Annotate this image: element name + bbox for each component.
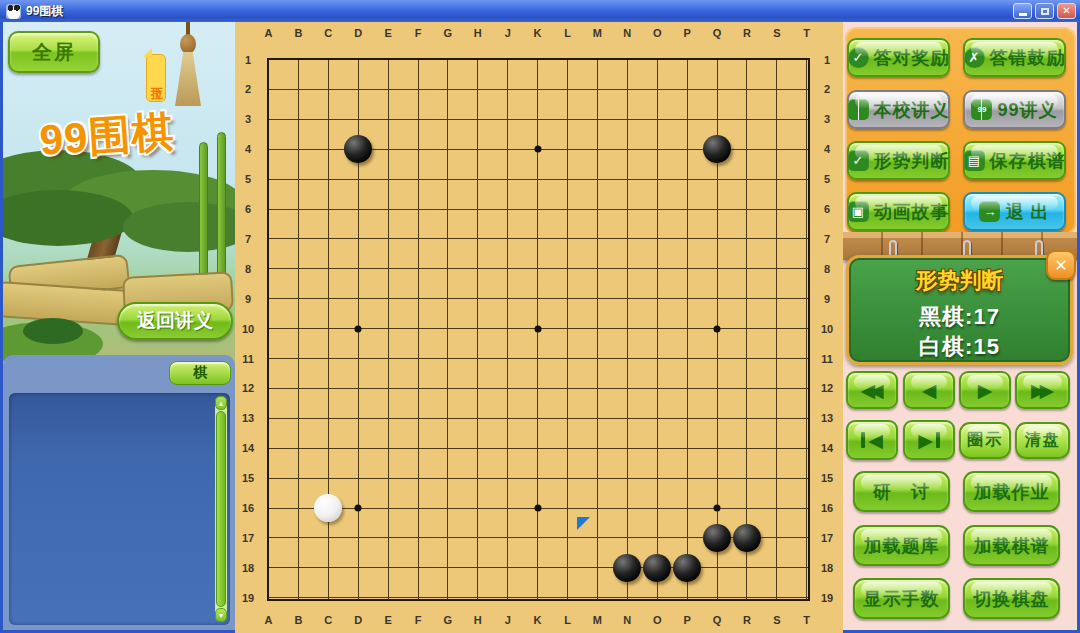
scene-bamboo	[199, 142, 208, 282]
app-icon	[6, 4, 21, 19]
coord-bottom-B: B	[294, 614, 302, 626]
coord-top-D: D	[354, 27, 362, 39]
coord-bottom-A: A	[265, 614, 273, 626]
coord-top-G: G	[444, 27, 453, 39]
window-title: 99围棋	[26, 3, 63, 20]
chat-panel: 棋 ▲ ▼	[3, 355, 235, 630]
bubble-check-icon: ✓	[848, 150, 869, 171]
coord-top-Q: Q	[713, 27, 722, 39]
last-move-marker	[577, 517, 590, 530]
judge-button[interactable]: ✓ 形势判断	[847, 141, 950, 180]
show-moves-label: 显示手数	[864, 587, 940, 611]
load-record-label: 加载棋谱	[974, 534, 1050, 558]
school-lecture-button[interactable]: 本校讲义	[847, 90, 950, 129]
coord-left-15: 15	[242, 472, 254, 484]
first-move-button[interactable]: ◀	[846, 420, 898, 460]
last-move-button[interactable]: ▶	[903, 420, 955, 460]
step-forward-icon: ▶	[978, 381, 993, 400]
book-icon	[848, 99, 869, 120]
coord-bottom-S: S	[773, 614, 780, 626]
floppy-icon: ▤	[964, 150, 985, 171]
story-button[interactable]: ▣ 动画故事	[847, 192, 950, 231]
coord-bottom-T: T	[803, 614, 810, 626]
coord-right-15: 15	[821, 472, 833, 484]
back-to-lecture-button[interactable]: 返回讲义	[117, 302, 233, 340]
stones-grid[interactable]	[254, 45, 822, 613]
coord-bottom-C: C	[324, 614, 332, 626]
scroll-thumb[interactable]	[216, 411, 226, 607]
coord-left-11: 11	[242, 353, 254, 365]
coord-bottom-O: O	[653, 614, 662, 626]
right-panel: ✓ 答对奖励 ✗ 答错鼓励 本校讲义 99 99讲义 ✓ 形势判断 ▤ 保存棋谱	[843, 22, 1077, 630]
load-problems-button[interactable]: 加载题库	[853, 525, 950, 566]
coord-top-J: J	[505, 27, 511, 39]
coord-left-13: 13	[242, 412, 254, 424]
clear-board-label: 清盘	[1025, 430, 1061, 451]
coord-left-3: 3	[245, 113, 251, 125]
exit-label: 退 出	[1005, 200, 1049, 224]
judgment-title: 形势判断	[849, 266, 1070, 296]
step-forward-button[interactable]: ▶	[959, 371, 1011, 409]
circle-show-button[interactable]: 圈示	[959, 422, 1011, 459]
coord-right-19: 19	[821, 592, 833, 604]
coord-right-8: 8	[824, 263, 830, 275]
coord-left-19: 19	[242, 592, 254, 604]
coord-right-10: 10	[821, 323, 833, 335]
close-button[interactable]: ✕	[1057, 3, 1076, 19]
judge-label: 形势判断	[874, 149, 950, 173]
save-record-label: 保存棋谱	[990, 149, 1066, 173]
check-circle-icon: ✓	[848, 47, 869, 68]
coord-bottom-Q: Q	[713, 614, 722, 626]
lecture-99-button[interactable]: 99 99讲义	[963, 90, 1066, 129]
exit-icon: →	[979, 201, 1000, 222]
coord-bottom-J: J	[505, 614, 511, 626]
switch-board-button[interactable]: 切换棋盘	[963, 578, 1060, 619]
discuss-button[interactable]: 研 讨	[853, 471, 950, 512]
step-backward-button[interactable]: ◀	[903, 371, 955, 409]
step-backward-icon: ◀	[922, 381, 937, 400]
coord-top-L: L	[564, 27, 571, 39]
coord-left-10: 10	[242, 323, 254, 335]
coord-top-T: T	[803, 27, 810, 39]
coord-top-A: A	[265, 27, 273, 39]
scroll-down-icon[interactable]: ▼	[215, 608, 227, 622]
app-window: 99围棋 ✕ 全屏 下拉 99围棋 返回讲义 棋	[0, 0, 1080, 633]
coord-right-6: 6	[824, 203, 830, 215]
coord-right-4: 4	[824, 143, 830, 155]
maximize-icon	[1041, 8, 1049, 15]
left-sidebar: 全屏 下拉 99围棋 返回讲义 棋 ▲ ▼	[3, 22, 235, 630]
fast-forward-icon: ▶▶	[1031, 381, 1048, 400]
scroll-up-icon[interactable]: ▲	[215, 396, 227, 410]
judgment-panel: 形势判断 ✕ 黑棋:17 白棋:15	[846, 255, 1073, 365]
coord-top-C: C	[324, 27, 332, 39]
coord-left-4: 4	[245, 143, 251, 155]
storybook-icon: ▣	[848, 201, 869, 222]
switch-board-label: 切换棋盘	[974, 587, 1050, 611]
coord-right-11: 11	[821, 353, 833, 365]
coord-left-9: 9	[245, 293, 251, 305]
coord-left-5: 5	[245, 173, 251, 185]
coord-left-2: 2	[245, 83, 251, 95]
coord-right-1: 1	[824, 54, 830, 66]
coord-right-13: 13	[821, 412, 833, 424]
fast-forward-button[interactable]: ▶▶	[1015, 371, 1070, 409]
exit-button[interactable]: → 退 出	[963, 192, 1066, 231]
white-score: 白棋:15	[849, 332, 1070, 362]
load-homework-label: 加载作业	[974, 480, 1050, 504]
coord-left-1: 1	[245, 54, 251, 66]
coord-right-9: 9	[824, 293, 830, 305]
show-moves-button[interactable]: 显示手数	[853, 578, 950, 619]
coord-top-P: P	[683, 27, 690, 39]
school-lecture-label: 本校讲义	[874, 98, 950, 122]
stone-white-C16	[314, 494, 342, 522]
maximize-button[interactable]	[1035, 3, 1054, 19]
coord-right-16: 16	[821, 502, 833, 514]
stone-black-N18	[613, 554, 641, 582]
coord-left-8: 8	[245, 263, 251, 275]
minimize-button[interactable]	[1013, 3, 1032, 19]
judgment-close-button[interactable]: ✕	[1046, 250, 1076, 280]
save-record-button[interactable]: ▤ 保存棋谱	[963, 141, 1066, 180]
pulldown-tab[interactable]: 下拉	[146, 54, 166, 102]
coord-bottom-R: R	[743, 614, 751, 626]
fast-backward-button[interactable]: ◀◀	[846, 371, 898, 409]
black-score: 黑棋:17	[849, 302, 1070, 332]
coord-top-K: K	[534, 27, 542, 39]
load-homework-button[interactable]: 加载作业	[963, 471, 1060, 512]
coord-left-18: 18	[242, 562, 254, 574]
stone-black-Q4	[703, 135, 731, 163]
coord-top-H: H	[474, 27, 482, 39]
shelf-staple	[963, 240, 971, 255]
coord-right-14: 14	[821, 442, 833, 454]
clear-board-button[interactable]: 清盘	[1015, 422, 1070, 459]
answer-reward-label: 答对奖励	[874, 46, 950, 70]
stone-black-D4	[344, 135, 372, 163]
coord-bottom-L: L	[564, 614, 571, 626]
shelf-staple	[889, 240, 897, 255]
coord-right-12: 12	[821, 382, 833, 394]
shelf-staple	[1035, 240, 1043, 255]
coord-left-7: 7	[245, 233, 251, 245]
minimize-icon	[1019, 13, 1027, 16]
broom-decoration	[175, 22, 201, 108]
coord-top-B: B	[294, 27, 302, 39]
coord-bottom-H: H	[474, 614, 482, 626]
discuss-label: 研 讨	[873, 480, 930, 504]
coord-left-17: 17	[242, 532, 254, 544]
wrong-encourage-button[interactable]: ✗ 答错鼓励	[963, 38, 1066, 77]
coord-bottom-G: G	[444, 614, 453, 626]
coord-left-14: 14	[242, 442, 254, 454]
coord-right-18: 18	[821, 562, 833, 574]
stone-black-R17	[733, 524, 761, 552]
coord-bottom-P: P	[683, 614, 690, 626]
coord-left-6: 6	[245, 203, 251, 215]
chess-tab[interactable]: 棋	[169, 361, 231, 385]
coord-right-2: 2	[824, 83, 830, 95]
load-problems-label: 加载题库	[864, 534, 940, 558]
coord-bottom-D: D	[354, 614, 362, 626]
load-record-button[interactable]: 加载棋谱	[963, 525, 1060, 566]
coord-right-3: 3	[824, 113, 830, 125]
title-bar: 99围棋 ✕	[0, 0, 1080, 22]
coord-top-R: R	[743, 27, 751, 39]
last-move-icon	[936, 432, 940, 448]
stone-black-Q17	[703, 524, 731, 552]
coord-left-16: 16	[242, 502, 254, 514]
fast-backward-icon: ◀◀	[860, 381, 877, 400]
chat-list[interactable]: ▲ ▼	[9, 393, 230, 625]
coord-left-12: 12	[242, 382, 254, 394]
stone-black-P18	[673, 554, 701, 582]
fullscreen-button[interactable]: 全屏	[8, 31, 100, 73]
circle-show-label: 圈示	[967, 430, 1003, 451]
go-board[interactable]: AABBCCDDEEFFGGHHJJKKLLMMNNOOPPQQRRSSTT11…	[235, 22, 843, 633]
coord-right-17: 17	[821, 532, 833, 544]
stone-black-O18	[643, 554, 671, 582]
first-move-icon	[861, 432, 865, 448]
coord-top-O: O	[653, 27, 662, 39]
book-99-icon: 99	[971, 99, 992, 120]
coord-bottom-K: K	[534, 614, 542, 626]
coord-bottom-E: E	[384, 614, 391, 626]
coord-top-S: S	[773, 27, 780, 39]
story-label: 动画故事	[874, 200, 950, 224]
x-circle-icon: ✗	[964, 47, 985, 68]
scene-plant	[23, 318, 83, 344]
coord-bottom-N: N	[623, 614, 631, 626]
coord-bottom-F: F	[415, 614, 422, 626]
coord-right-7: 7	[824, 233, 830, 245]
wrong-encourage-label: 答错鼓励	[990, 46, 1066, 70]
coord-top-F: F	[415, 27, 422, 39]
answer-reward-button[interactable]: ✓ 答对奖励	[847, 38, 950, 77]
coord-right-5: 5	[824, 173, 830, 185]
coord-bottom-M: M	[593, 614, 602, 626]
lecture-99-label: 99讲义	[997, 98, 1057, 122]
coord-top-M: M	[593, 27, 602, 39]
coord-top-E: E	[384, 27, 391, 39]
scrollbar[interactable]: ▲ ▼	[215, 396, 227, 622]
coord-top-N: N	[623, 27, 631, 39]
